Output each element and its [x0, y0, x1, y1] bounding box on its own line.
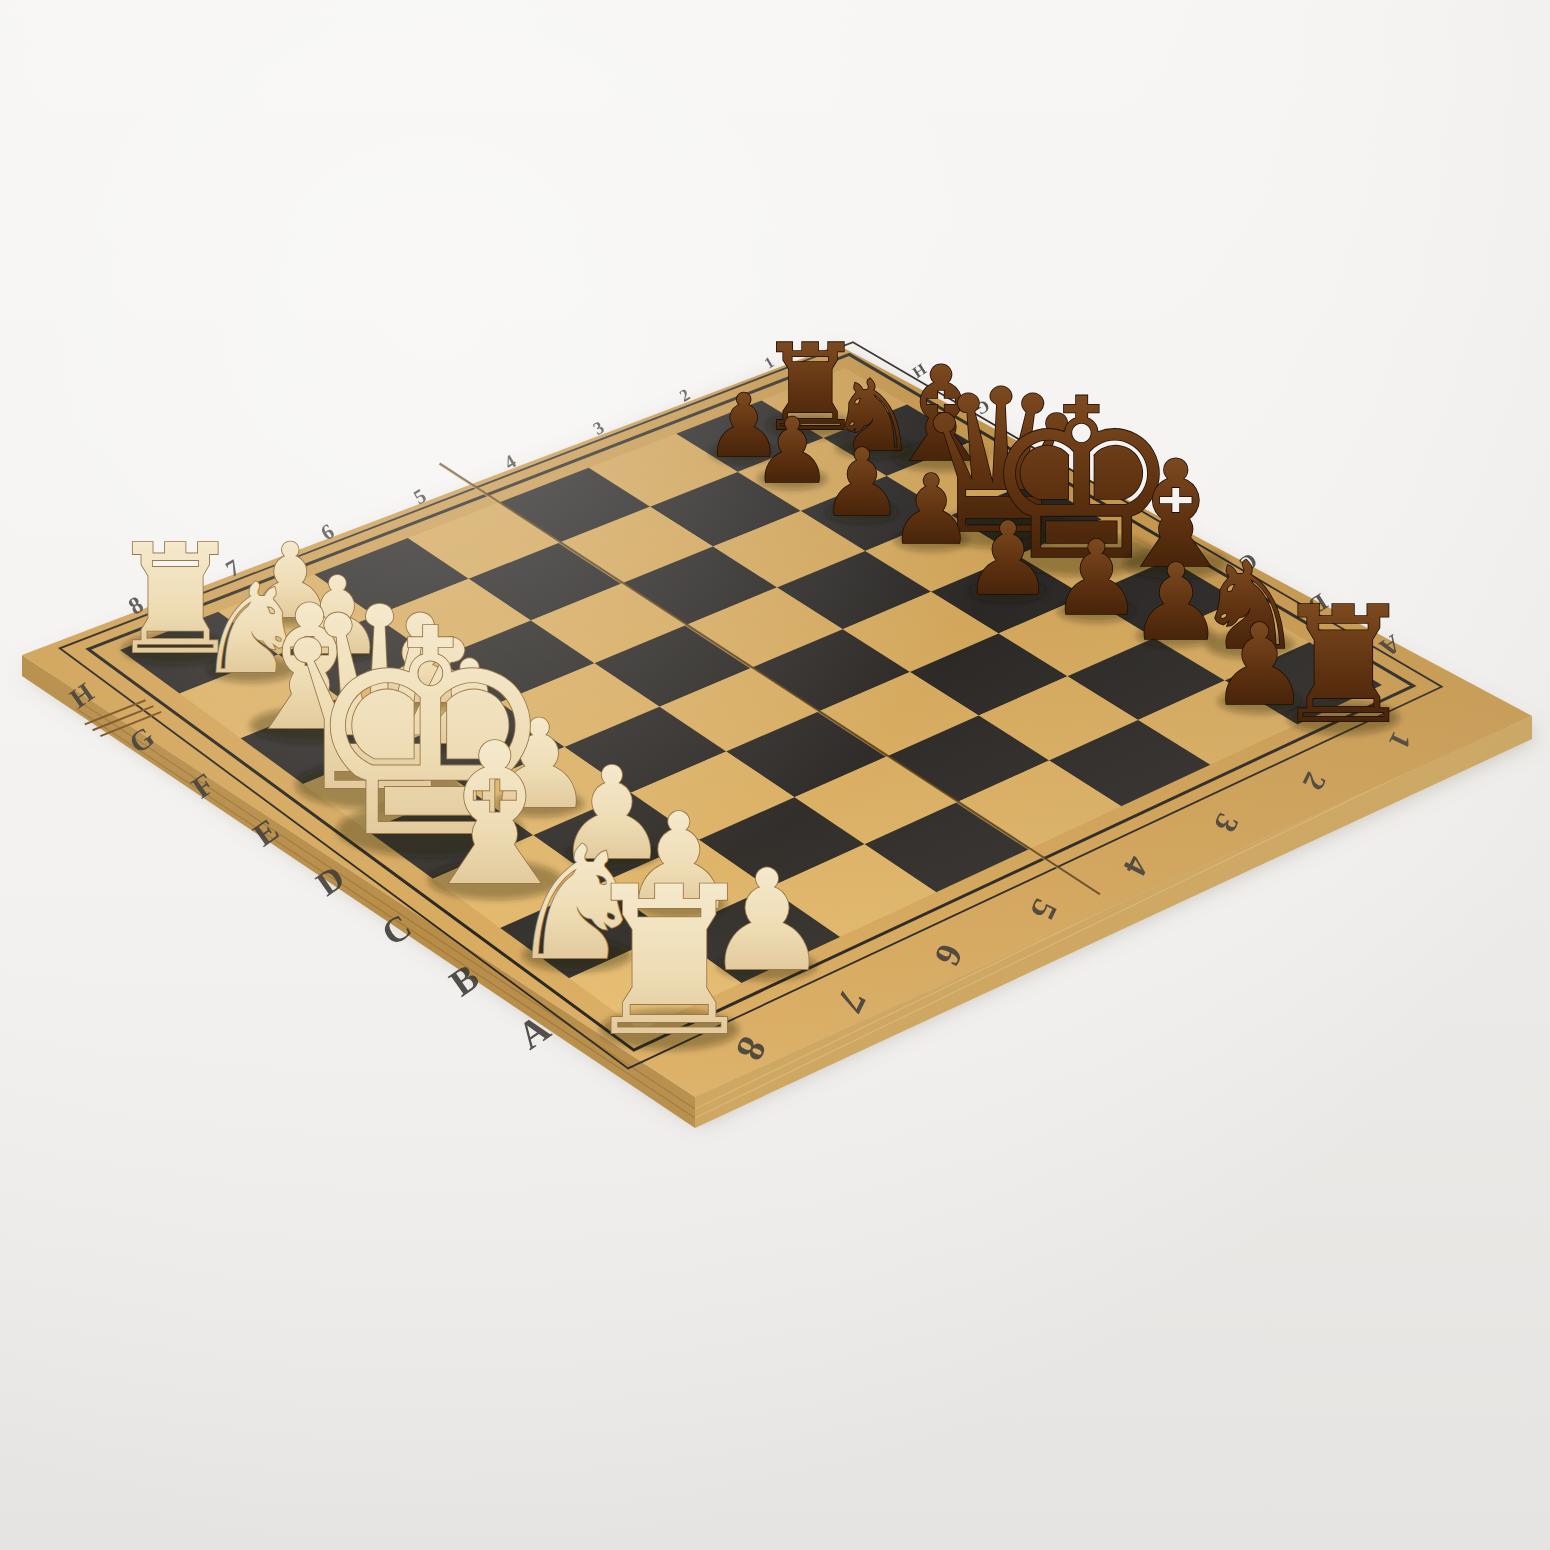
piece-light-rook-a8: ♜: [577, 843, 761, 1081]
piece-dark-rook-a1: ♜: [1272, 572, 1416, 759]
chessboard: 1234567812345678ABCDEFGHABCDEFGH♜♞♟♝♟♟♛♟…: [0, 0, 1550, 1550]
product-photo: 1234567812345678ABCDEFGHABCDEFGH♜♞♟♝♟♟♛♟…: [0, 0, 1550, 1550]
photo-vignette: [0, 0, 1550, 1550]
piece-dark-pawn-d2: ♟: [963, 500, 1054, 618]
piece-dark-pawn-e2: ♟: [888, 454, 974, 566]
